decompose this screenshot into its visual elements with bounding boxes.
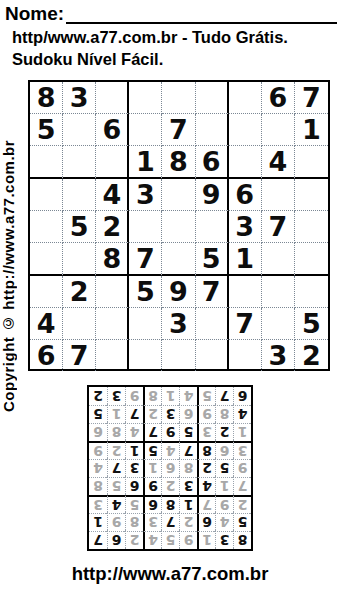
- solution-cell-r9c5: 1: [161, 387, 179, 405]
- puzzle-cell-r5c8[interactable]: 7: [262, 211, 295, 243]
- puzzle-title: Sudoku Nível Fácil.: [12, 50, 163, 69]
- solution-cell-r2c9: 1: [89, 513, 107, 531]
- solution-cell-r4c4: 3: [179, 477, 197, 495]
- solution-cell-r5c4: 8: [179, 459, 197, 477]
- puzzle-cell-r5c1[interactable]: [30, 211, 63, 243]
- solution-cell-r5c5: 6: [161, 459, 179, 477]
- puzzle-cell-r4c6[interactable]: 9: [196, 179, 229, 211]
- solution-cell-r6c9: 9: [89, 441, 107, 459]
- solution-cell-r5c7: 3: [125, 459, 143, 477]
- puzzle-cell-r9c1[interactable]: 6: [30, 340, 63, 371]
- puzzle-cell-r6c6[interactable]: 5: [196, 243, 229, 276]
- solution-cell-r3c8: 4: [107, 495, 125, 513]
- puzzle-cell-r8c2[interactable]: [63, 308, 96, 340]
- solution-cell-r7c2: 2: [215, 423, 233, 441]
- puzzle-cell-r3c4[interactable]: 1: [129, 146, 162, 179]
- solution-cell-r4c8: 5: [107, 477, 125, 495]
- puzzle-cell-r1c1[interactable]: 8: [30, 82, 63, 114]
- solution-cell-r2c8: 9: [107, 513, 125, 531]
- solution-cell-r6c1: 3: [233, 441, 251, 459]
- site-header: http/www.a77.com.br - Tudo Grátis.: [12, 28, 288, 47]
- solution-cell-r4c3: 4: [197, 477, 215, 495]
- solution-cell-r2c2: 4: [215, 513, 233, 531]
- puzzle-cell-r7c3[interactable]: [96, 276, 129, 308]
- solution-cell-r7c1: 1: [233, 423, 251, 441]
- puzzle-cell-r4c9[interactable]: [295, 179, 328, 211]
- solution-cell-r3c6: 6: [143, 495, 161, 513]
- solution-cell-r1c1: 8: [233, 531, 251, 549]
- solution-cell-r4c7: 6: [125, 477, 143, 495]
- sudoku-sheet: Nome: http/www.a77.com.br - Tudo Grátis.…: [0, 0, 340, 596]
- solution-cell-r4c2: 1: [215, 477, 233, 495]
- solution-cell-r8c1: 4: [233, 405, 251, 423]
- solution-cell-r5c8: 7: [107, 459, 125, 477]
- solution-cell-r6c6: 5: [143, 441, 161, 459]
- puzzle-cell-r3c5[interactable]: 8: [162, 146, 195, 179]
- solution-cell-r1c9: 7: [89, 531, 107, 549]
- sudoku-solution-grid: 8319542675462738912971865437143296589528…: [87, 385, 253, 551]
- solution-cell-r6c8: 2: [107, 441, 125, 459]
- name-fill-line: [66, 3, 337, 24]
- puzzle-cell-r2c8[interactable]: [262, 114, 295, 146]
- solution-cell-r5c2: 5: [215, 459, 233, 477]
- solution-cell-r1c8: 6: [107, 531, 125, 549]
- puzzle-cell-r8c3[interactable]: [96, 308, 129, 340]
- solution-cell-r3c4: 1: [179, 495, 197, 513]
- puzzle-cell-r9c6[interactable]: [196, 340, 229, 371]
- solution-cell-r3c1: 2: [233, 495, 251, 513]
- solution-cell-r2c4: 2: [179, 513, 197, 531]
- solution-cell-r8c2: 8: [215, 405, 233, 423]
- solution-cell-r1c4: 9: [179, 531, 197, 549]
- solution-cell-r9c2: 7: [215, 387, 233, 405]
- solution-cell-r8c3: 9: [197, 405, 215, 423]
- puzzle-cell-r5c4[interactable]: [129, 211, 162, 243]
- copyright-vertical-text: Copyright © http://www.a77.com.br: [0, 80, 22, 472]
- puzzle-cell-r3c3[interactable]: [96, 146, 129, 179]
- solution-cell-r5c1: 9: [233, 459, 251, 477]
- puzzle-cell-r3c7[interactable]: [229, 146, 262, 179]
- puzzle-cell-r9c9[interactable]: 2: [295, 340, 328, 371]
- puzzle-cell-r4c2[interactable]: [63, 179, 96, 211]
- puzzle-cell-r5c5[interactable]: [162, 211, 195, 243]
- puzzle-cell-r9c7[interactable]: [229, 340, 262, 371]
- puzzle-cell-r6c1[interactable]: [30, 243, 63, 276]
- puzzle-cell-r1c6[interactable]: [196, 82, 229, 114]
- puzzle-cell-r2c3[interactable]: 6: [96, 114, 129, 146]
- puzzle-cell-r5c3[interactable]: 2: [96, 211, 129, 243]
- puzzle-cell-r2c9[interactable]: 1: [295, 114, 328, 146]
- puzzle-cell-r1c8[interactable]: 6: [262, 82, 295, 114]
- puzzle-cell-r8c1[interactable]: 4: [30, 308, 63, 340]
- puzzle-cell-r7c5[interactable]: 9: [162, 276, 195, 308]
- solution-cell-r7c3: 3: [197, 423, 215, 441]
- solution-cell-r7c7: 4: [125, 423, 143, 441]
- name-label: Nome:: [5, 3, 64, 24]
- puzzle-cell-r4c8[interactable]: [262, 179, 295, 211]
- solution-cell-r6c3: 8: [197, 441, 215, 459]
- solution-cell-r8c5: 3: [161, 405, 179, 423]
- solution-cell-r9c9: 2: [89, 387, 107, 405]
- solution-cell-r5c3: 2: [197, 459, 215, 477]
- solution-cell-r4c1: 7: [233, 477, 251, 495]
- puzzle-cell-r2c1[interactable]: 5: [30, 114, 63, 146]
- puzzle-cell-r2c5[interactable]: 7: [162, 114, 195, 146]
- puzzle-cell-r7c2[interactable]: 2: [63, 276, 96, 308]
- solution-cell-r2c1: 5: [233, 513, 251, 531]
- puzzle-cell-r8c6[interactable]: [196, 308, 229, 340]
- puzzle-cell-r3c1[interactable]: [30, 146, 63, 179]
- puzzle-cell-r4c3[interactable]: 4: [96, 179, 129, 211]
- puzzle-cell-r5c6[interactable]: [196, 211, 229, 243]
- solution-cell-r3c3: 7: [197, 495, 215, 513]
- solution-cell-r1c5: 5: [161, 531, 179, 549]
- solution-cell-r2c3: 6: [197, 513, 215, 531]
- solution-cell-r8c8: 1: [107, 405, 125, 423]
- solution-cell-r1c3: 1: [197, 531, 215, 549]
- solution-cell-r6c4: 7: [179, 441, 197, 459]
- puzzle-cell-r1c7[interactable]: [229, 82, 262, 114]
- puzzle-cell-r7c6[interactable]: 7: [196, 276, 229, 308]
- puzzle-cell-r1c3[interactable]: [96, 82, 129, 114]
- solution-cell-r1c7: 2: [125, 531, 143, 549]
- solution-cell-r7c8: 8: [107, 423, 125, 441]
- puzzle-cell-r2c7[interactable]: [229, 114, 262, 146]
- puzzle-cell-r5c9[interactable]: [295, 211, 328, 243]
- solution-cell-r5c6: 1: [143, 459, 161, 477]
- solution-cell-r3c7: 5: [125, 495, 143, 513]
- puzzle-cell-r9c4[interactable]: [129, 340, 162, 371]
- puzzle-cell-r4c7[interactable]: 6: [229, 179, 262, 211]
- puzzle-cell-r2c2[interactable]: [63, 114, 96, 146]
- name-field-row: Nome:: [5, 3, 337, 24]
- solution-cell-r9c4: 4: [179, 387, 197, 405]
- solution-cell-r8c6: 2: [143, 405, 161, 423]
- puzzle-cell-r3c8[interactable]: 4: [262, 146, 295, 179]
- solution-cell-r9c3: 5: [197, 387, 215, 405]
- puzzle-cell-r4c5[interactable]: [162, 179, 195, 211]
- puzzle-cell-r6c4[interactable]: 7: [129, 243, 162, 276]
- solution-cell-r9c8: 3: [107, 387, 125, 405]
- solution-cell-r1c2: 3: [215, 531, 233, 549]
- puzzle-cell-r6c3[interactable]: 8: [96, 243, 129, 276]
- solution-cell-r9c6: 8: [143, 387, 161, 405]
- solution-cell-r3c2: 9: [215, 495, 233, 513]
- puzzle-cell-r3c2[interactable]: [63, 146, 96, 179]
- puzzle-cell-r7c7[interactable]: [229, 276, 262, 308]
- solution-cell-r9c7: 9: [125, 387, 143, 405]
- solution-cell-r4c6: 9: [143, 477, 161, 495]
- solution-cell-r4c5: 2: [161, 477, 179, 495]
- puzzle-cell-r5c7[interactable]: 3: [229, 211, 262, 243]
- puzzle-cell-r7c8[interactable]: [262, 276, 295, 308]
- puzzle-cell-r7c9[interactable]: [295, 276, 328, 308]
- puzzle-cell-r9c3[interactable]: [96, 340, 129, 371]
- puzzle-cell-r6c9[interactable]: [295, 243, 328, 276]
- solution-cell-r7c6: 7: [143, 423, 161, 441]
- solution-cell-r7c4: 5: [179, 423, 197, 441]
- solution-cell-r8c4: 6: [179, 405, 197, 423]
- puzzle-cell-r8c4[interactable]: [129, 308, 162, 340]
- puzzle-cell-r5c2[interactable]: 5: [63, 211, 96, 243]
- puzzle-cell-r8c8[interactable]: [262, 308, 295, 340]
- solution-cell-r8c7: 7: [125, 405, 143, 423]
- puzzle-cell-r8c5[interactable]: 3: [162, 308, 195, 340]
- solution-cell-r1c6: 4: [143, 531, 161, 549]
- footer-url: http://www.a77.com.br: [0, 563, 340, 585]
- solution-cell-r6c5: 4: [161, 441, 179, 459]
- solution-cell-r5c9: 4: [89, 459, 107, 477]
- puzzle-cell-r2c4[interactable]: [129, 114, 162, 146]
- puzzle-cell-r6c7[interactable]: 1: [229, 243, 262, 276]
- puzzle-cell-r1c2[interactable]: 3: [63, 82, 96, 114]
- puzzle-cell-r2c6[interactable]: [196, 114, 229, 146]
- puzzle-cell-r3c6[interactable]: 6: [196, 146, 229, 179]
- puzzle-cell-r7c4[interactable]: 5: [129, 276, 162, 308]
- puzzle-cell-r4c4[interactable]: 3: [129, 179, 162, 211]
- solution-cell-r8c9: 5: [89, 405, 107, 423]
- puzzle-cell-r9c2[interactable]: 7: [63, 340, 96, 371]
- puzzle-cell-r8c7[interactable]: 7: [229, 308, 262, 340]
- solution-cell-r3c5: 8: [161, 495, 179, 513]
- puzzle-cell-r9c8[interactable]: 3: [262, 340, 295, 371]
- puzzle-cell-r8c9[interactable]: 5: [295, 308, 328, 340]
- solution-cell-r3c9: 3: [89, 495, 107, 513]
- puzzle-cell-r7c1[interactable]: [30, 276, 63, 308]
- solution-cell-r7c5: 9: [161, 423, 179, 441]
- puzzle-cell-r9c5[interactable]: [162, 340, 195, 371]
- solution-cell-r2c5: 7: [161, 513, 179, 531]
- puzzle-cell-r6c5[interactable]: [162, 243, 195, 276]
- solution-cell-r6c7: 1: [125, 441, 143, 459]
- solution-cell-r4c9: 8: [89, 477, 107, 495]
- solution-cell-r9c1: 6: [233, 387, 251, 405]
- solution-cell-r6c2: 6: [215, 441, 233, 459]
- puzzle-cell-r1c9[interactable]: 7: [295, 82, 328, 114]
- sudoku-puzzle-grid: 836756711864439652378751259743756732: [28, 80, 330, 371]
- solution-cell-r7c9: 6: [89, 423, 107, 441]
- puzzle-cell-r1c4[interactable]: [129, 82, 162, 114]
- puzzle-cell-r3c9[interactable]: [295, 146, 328, 179]
- puzzle-cell-r6c2[interactable]: [63, 243, 96, 276]
- puzzle-cell-r6c8[interactable]: [262, 243, 295, 276]
- solution-cell-r2c7: 8: [125, 513, 143, 531]
- solution-cell-r2c6: 3: [143, 513, 161, 531]
- puzzle-cell-r1c5[interactable]: [162, 82, 195, 114]
- puzzle-cell-r4c1[interactable]: [30, 179, 63, 211]
